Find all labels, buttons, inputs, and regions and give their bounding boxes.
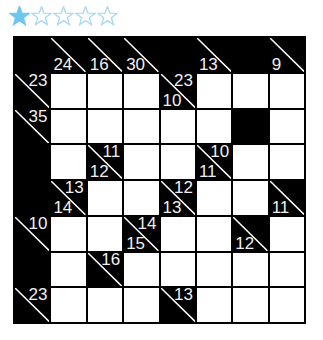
down-clue: 15 bbox=[126, 235, 145, 252]
cell-r6c2-clue: 16 bbox=[88, 253, 122, 287]
cell-r1c4-clue: 2310 bbox=[161, 74, 195, 108]
cell-r4c2-empty[interactable] bbox=[88, 181, 122, 215]
across-clue: 16 bbox=[101, 251, 120, 268]
star-outline-icon bbox=[31, 6, 52, 27]
down-clue: 11 bbox=[272, 199, 290, 216]
kakuro-grid: 2416301392323103511121011131412131110141… bbox=[13, 36, 306, 324]
across-clue: 10 bbox=[28, 215, 47, 232]
cell-r7c4-clue: 13 bbox=[161, 288, 195, 322]
across-clue: 13 bbox=[65, 179, 84, 196]
cell-r3c3-empty[interactable] bbox=[124, 145, 158, 179]
down-clue: 9 bbox=[272, 56, 281, 73]
cell-r4c4-clue: 1213 bbox=[161, 181, 195, 215]
cell-r2c3-empty[interactable] bbox=[124, 110, 158, 144]
cell-r0c1-clue: 24 bbox=[51, 38, 85, 72]
across-clue: 13 bbox=[174, 286, 193, 303]
across-clue: 12 bbox=[174, 179, 193, 196]
across-clue: 23 bbox=[28, 286, 47, 303]
cell-r3c5-clue: 1011 bbox=[197, 145, 231, 179]
cell-r2c1-empty[interactable] bbox=[51, 110, 85, 144]
cell-r0c3-clue: 30 bbox=[124, 38, 158, 72]
across-clue: 23 bbox=[174, 72, 193, 89]
cell-r0c4-black bbox=[161, 38, 195, 72]
down-clue: 13 bbox=[163, 199, 182, 216]
cell-r4c1-clue: 1314 bbox=[51, 181, 85, 215]
down-clue: 12 bbox=[90, 163, 109, 180]
cell-r7c6-empty[interactable] bbox=[233, 288, 267, 322]
cell-r1c6-empty[interactable] bbox=[233, 74, 267, 108]
cell-r1c1-empty[interactable] bbox=[51, 74, 85, 108]
cell-r6c7-empty[interactable] bbox=[270, 253, 304, 287]
cell-r0c0-black bbox=[15, 38, 49, 72]
kakuro-screen: 2416301392323103511121011131412131110141… bbox=[0, 0, 323, 340]
cell-r6c5-empty[interactable] bbox=[197, 253, 231, 287]
cell-r7c7-empty[interactable] bbox=[270, 288, 304, 322]
cell-r3c2-clue: 1112 bbox=[88, 145, 122, 179]
cell-r5c5-empty[interactable] bbox=[197, 217, 231, 251]
star-filled-icon bbox=[9, 6, 30, 27]
cell-r4c0-black bbox=[15, 181, 49, 215]
cell-r2c5-empty[interactable] bbox=[197, 110, 231, 144]
cell-r4c5-empty[interactable] bbox=[197, 181, 231, 215]
cell-r7c0-clue: 23 bbox=[15, 288, 49, 322]
across-clue: 14 bbox=[138, 215, 157, 232]
star-outline-icon bbox=[75, 6, 96, 27]
cell-r1c0-clue: 23 bbox=[15, 74, 49, 108]
cell-r3c1-empty[interactable] bbox=[51, 145, 85, 179]
down-clue: 14 bbox=[53, 199, 72, 216]
cell-r1c5-empty[interactable] bbox=[197, 74, 231, 108]
cell-r2c6-black bbox=[233, 110, 267, 144]
cell-r6c0-black bbox=[15, 253, 49, 287]
cell-r0c5-clue: 13 bbox=[197, 38, 231, 72]
cell-r3c4-empty[interactable] bbox=[161, 145, 195, 179]
cell-r0c6-black bbox=[233, 38, 267, 72]
cell-r7c3-empty[interactable] bbox=[124, 288, 158, 322]
cell-r2c7-empty[interactable] bbox=[270, 110, 304, 144]
cell-r3c7-empty[interactable] bbox=[270, 145, 304, 179]
across-clue: 23 bbox=[28, 72, 47, 89]
cell-r6c4-empty[interactable] bbox=[161, 253, 195, 287]
cell-r7c1-empty[interactable] bbox=[51, 288, 85, 322]
cell-r0c2-clue: 16 bbox=[88, 38, 122, 72]
cell-r5c7-empty[interactable] bbox=[270, 217, 304, 251]
cell-r6c3-empty[interactable] bbox=[124, 253, 158, 287]
cell-r6c6-empty[interactable] bbox=[233, 253, 267, 287]
down-clue: 30 bbox=[126, 56, 145, 73]
down-clue: 11 bbox=[199, 163, 217, 180]
difficulty-rating bbox=[9, 6, 118, 27]
across-clue: 11 bbox=[102, 143, 120, 160]
cell-r0c7-clue: 9 bbox=[270, 38, 304, 72]
cell-r7c5-empty[interactable] bbox=[197, 288, 231, 322]
cell-r2c4-empty[interactable] bbox=[161, 110, 195, 144]
cell-r5c6-clue: 12 bbox=[233, 217, 267, 251]
down-clue: 13 bbox=[199, 56, 218, 73]
cell-r3c0-black bbox=[15, 145, 49, 179]
cell-r5c3-clue: 1415 bbox=[124, 217, 158, 251]
cell-r7c2-empty[interactable] bbox=[88, 288, 122, 322]
cell-r4c6-empty[interactable] bbox=[233, 181, 267, 215]
across-clue: 35 bbox=[28, 108, 47, 125]
star-outline-icon bbox=[97, 6, 118, 27]
cell-r1c2-empty[interactable] bbox=[88, 74, 122, 108]
cell-r5c4-empty[interactable] bbox=[161, 217, 195, 251]
down-clue: 16 bbox=[90, 56, 109, 73]
cell-r4c7-clue: 11 bbox=[270, 181, 304, 215]
cell-r5c2-empty[interactable] bbox=[88, 217, 122, 251]
cell-r5c0-clue: 10 bbox=[15, 217, 49, 251]
star-outline-icon bbox=[53, 6, 74, 27]
down-clue: 24 bbox=[53, 56, 72, 73]
cell-r1c3-empty[interactable] bbox=[124, 74, 158, 108]
cell-r1c7-empty[interactable] bbox=[270, 74, 304, 108]
cell-r3c6-empty[interactable] bbox=[233, 145, 267, 179]
cell-r2c2-empty[interactable] bbox=[88, 110, 122, 144]
cell-r2c0-clue: 35 bbox=[15, 110, 49, 144]
cell-r4c3-empty[interactable] bbox=[124, 181, 158, 215]
cell-r6c1-empty[interactable] bbox=[51, 253, 85, 287]
cell-r5c1-empty[interactable] bbox=[51, 217, 85, 251]
down-clue: 12 bbox=[235, 235, 254, 252]
down-clue: 10 bbox=[163, 92, 182, 109]
across-clue: 10 bbox=[210, 143, 229, 160]
